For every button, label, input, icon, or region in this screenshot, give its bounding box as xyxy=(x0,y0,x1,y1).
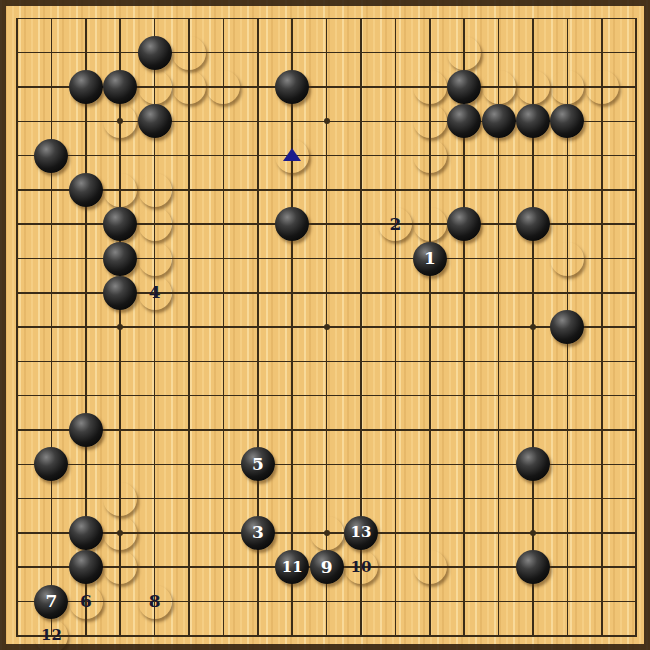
white-stone: 12 xyxy=(34,619,68,650)
black-stone xyxy=(69,516,103,550)
black-stone xyxy=(447,70,481,104)
white-stone xyxy=(172,36,206,70)
black-stone xyxy=(516,104,550,138)
white-stone xyxy=(413,207,447,241)
black-stone: 1 xyxy=(413,242,447,276)
black-stone: 5 xyxy=(241,447,275,481)
white-stone xyxy=(138,242,172,276)
move-number: 6 xyxy=(80,593,92,610)
black-stone xyxy=(69,550,103,584)
white-stone xyxy=(310,516,344,550)
triangle-marker-icon xyxy=(283,148,301,161)
grid-line-horizontal xyxy=(16,635,637,637)
star-point xyxy=(117,324,123,330)
black-stone xyxy=(34,447,68,481)
white-stone xyxy=(413,70,447,104)
black-stone xyxy=(69,413,103,447)
black-stone: 13 xyxy=(344,516,378,550)
white-stone xyxy=(482,70,516,104)
black-stone xyxy=(516,550,550,584)
white-stone xyxy=(550,242,584,276)
star-point xyxy=(324,324,330,330)
move-number: 10 xyxy=(351,560,372,575)
white-stone xyxy=(516,70,550,104)
grid-line-vertical xyxy=(395,18,397,637)
black-stone: 3 xyxy=(241,516,275,550)
black-stone xyxy=(447,104,481,138)
white-stone xyxy=(413,104,447,138)
black-stone xyxy=(103,242,137,276)
black-stone: 9 xyxy=(310,550,344,584)
white-stone xyxy=(103,104,137,138)
grid-line-horizontal xyxy=(16,601,637,603)
move-number: 11 xyxy=(282,560,303,575)
white-stone xyxy=(138,70,172,104)
white-stone xyxy=(138,173,172,207)
black-stone: 11 xyxy=(275,550,309,584)
grid-line-vertical xyxy=(601,18,603,637)
black-stone xyxy=(275,70,309,104)
move-number: 4 xyxy=(149,284,161,301)
grid-line-horizontal xyxy=(16,395,637,397)
white-stone xyxy=(585,70,619,104)
white-stone xyxy=(103,173,137,207)
white-stone xyxy=(550,70,584,104)
black-stone xyxy=(447,207,481,241)
star-point xyxy=(530,530,536,536)
grid-line-horizontal xyxy=(16,429,637,431)
go-board[interactable]: 21453131191076812 xyxy=(0,0,650,650)
black-stone xyxy=(275,207,309,241)
black-stone xyxy=(103,276,137,310)
white-stone xyxy=(206,70,240,104)
black-stone xyxy=(103,207,137,241)
black-stone xyxy=(103,70,137,104)
black-stone xyxy=(138,104,172,138)
move-number: 13 xyxy=(351,525,372,540)
white-stone xyxy=(103,516,137,550)
move-number: 12 xyxy=(41,628,62,643)
move-number: 5 xyxy=(252,456,264,473)
white-stone: 2 xyxy=(378,207,412,241)
white-stone xyxy=(103,550,137,584)
star-point xyxy=(530,324,536,330)
white-stone: 6 xyxy=(69,585,103,619)
white-stone: 10 xyxy=(344,550,378,584)
move-number: 3 xyxy=(252,524,264,541)
move-number: 1 xyxy=(424,250,436,267)
black-stone xyxy=(516,207,550,241)
move-number: 9 xyxy=(321,559,333,576)
white-stone xyxy=(447,36,481,70)
black-stone xyxy=(516,447,550,481)
white-stone xyxy=(138,207,172,241)
move-number: 7 xyxy=(45,593,57,610)
move-number: 8 xyxy=(149,593,161,610)
black-stone xyxy=(34,139,68,173)
white-stone: 8 xyxy=(138,585,172,619)
black-stone: 7 xyxy=(34,585,68,619)
white-stone xyxy=(103,482,137,516)
grid-line-vertical xyxy=(635,18,637,637)
move-number: 2 xyxy=(389,216,401,233)
white-stone xyxy=(413,550,447,584)
grid-line-horizontal xyxy=(16,361,637,363)
star-point xyxy=(324,118,330,124)
white-stone xyxy=(275,139,309,173)
black-stone xyxy=(550,310,584,344)
black-stone xyxy=(482,104,516,138)
black-stone xyxy=(550,104,584,138)
black-stone xyxy=(69,173,103,207)
black-stone xyxy=(69,70,103,104)
white-stone xyxy=(413,139,447,173)
white-stone: 4 xyxy=(138,276,172,310)
black-stone xyxy=(138,36,172,70)
white-stone xyxy=(172,70,206,104)
